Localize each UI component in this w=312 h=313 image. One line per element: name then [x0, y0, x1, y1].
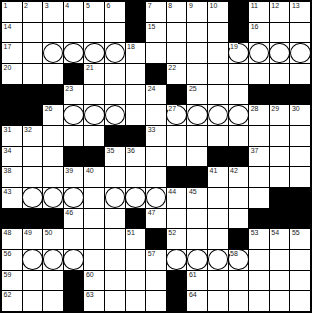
grid-cell-r2c10[interactable] [187, 23, 207, 43]
grid-cell-r4c3[interactable] [43, 64, 63, 84]
grid-cell-r4c14[interactable] [270, 64, 290, 84]
grid-cell-r2c8[interactable]: 15 [146, 23, 166, 43]
grid-cell-r12c5[interactable] [84, 229, 104, 249]
circled-cell-r13c3[interactable] [43, 250, 63, 270]
clue-number-12: 12 [271, 2, 280, 10]
grid-cell-r15c11[interactable] [208, 291, 228, 311]
grid-cell-r1c15[interactable]: 13 [290, 2, 310, 22]
grid-cell-r8c1[interactable]: 34 [2, 147, 22, 167]
black-square-r8c12 [229, 147, 249, 167]
clue-number-28: 28 [250, 105, 259, 113]
grid-cell-r10c10[interactable]: 45 [187, 188, 207, 208]
black-square-r5c3 [43, 85, 63, 105]
circle-marker [105, 187, 126, 208]
grid-cell-r9c4[interactable]: 39 [64, 167, 84, 187]
grid-cell-r15c14[interactable] [270, 291, 290, 311]
circle-marker [22, 249, 43, 270]
grid-cell-r15c6[interactable] [105, 291, 125, 311]
grid-cell-r9c15[interactable] [290, 167, 310, 187]
clue-number-29: 29 [271, 105, 280, 113]
grid-cell-r14c3[interactable] [43, 271, 63, 291]
clue-number-14: 14 [3, 23, 12, 31]
grid-cell-r15c13[interactable] [249, 291, 269, 311]
grid-cell-r4c12[interactable] [229, 64, 249, 84]
circled-cell-r3c6[interactable] [105, 43, 125, 63]
grid-cell-r7c10[interactable] [187, 126, 207, 146]
grid-cell-r14c2[interactable] [23, 271, 43, 291]
clue-number-6: 6 [106, 2, 111, 10]
clue-number-4: 4 [65, 2, 70, 10]
clue-number-32: 32 [24, 126, 33, 134]
grid-cell-r14c8[interactable] [146, 271, 166, 291]
circle-marker [84, 43, 105, 64]
clue-number-23: 23 [65, 85, 74, 93]
grid-cell-r11c11[interactable] [208, 209, 228, 229]
circled-cell-r10c8[interactable] [146, 188, 166, 208]
grid-cell-r3c11[interactable] [208, 43, 228, 63]
circled-cell-r3c5[interactable] [84, 43, 104, 63]
grid-cell-r1c5[interactable]: 5 [84, 2, 104, 22]
black-square-r5c1 [2, 85, 22, 105]
grid-cell-r15c12[interactable] [229, 291, 249, 311]
clue-number-35: 35 [106, 147, 115, 155]
grid-cell-r4c11[interactable] [208, 64, 228, 84]
grid-cell-r2c15[interactable] [290, 23, 310, 43]
clue-number-21: 21 [85, 64, 94, 72]
clue-number-48: 48 [3, 229, 12, 237]
grid-cell-r12c7[interactable]: 51 [126, 229, 146, 249]
grid-cell-r11c12[interactable] [229, 209, 249, 229]
grid-cell-r8c7[interactable]: 36 [126, 147, 146, 167]
circled-cell-r13c9[interactable] [167, 250, 187, 270]
black-square-r5c13 [249, 85, 269, 105]
grid-cell-r10c13[interactable] [249, 188, 269, 208]
circle-marker [146, 187, 167, 208]
circled-cell-r3c14[interactable] [270, 43, 290, 63]
grid-cell-r1c6[interactable]: 6 [105, 2, 125, 22]
grid-cell-r3c10[interactable] [187, 43, 207, 63]
grid-cell-r1c9[interactable]: 8 [167, 2, 187, 22]
grid-cell-r9c1[interactable]: 38 [2, 167, 22, 187]
grid-cell-r15c7[interactable] [126, 291, 146, 311]
black-square-r5c15 [290, 85, 310, 105]
grid-cell-r1c8[interactable]: 7 [146, 2, 166, 22]
grid-cell-r2c11[interactable] [208, 23, 228, 43]
circled-cell-r6c6[interactable] [105, 105, 125, 125]
grid-cell-r14c1[interactable]: 59 [2, 271, 22, 291]
grid-cell-r8c14[interactable] [270, 147, 290, 167]
grid-cell-r2c5[interactable] [84, 23, 104, 43]
grid-cell-r4c1[interactable]: 20 [2, 64, 22, 84]
black-square-r11c14 [270, 209, 290, 229]
black-square-r6c2 [23, 105, 43, 125]
circled-cell-r6c12[interactable] [229, 105, 249, 125]
grid-cell-r2c2[interactable] [23, 23, 43, 43]
clue-number-62: 62 [3, 291, 12, 299]
clue-number-40: 40 [85, 167, 94, 175]
grid-cell-r7c15[interactable] [290, 126, 310, 146]
clue-number-17: 17 [3, 43, 12, 51]
grid-cell-r15c10[interactable]: 64 [187, 291, 207, 311]
black-square-r14c4 [64, 271, 84, 291]
black-square-r15c4 [64, 291, 84, 311]
clue-number-24: 24 [147, 85, 156, 93]
grid-cell-r4c15[interactable] [290, 64, 310, 84]
grid-cell-r13c14[interactable] [270, 250, 290, 270]
grid-cell-r6c15[interactable]: 30 [290, 105, 310, 125]
clue-number-60: 60 [85, 271, 94, 279]
black-square-r9c9 [167, 167, 187, 187]
circle-marker [22, 187, 43, 208]
circle-marker [208, 105, 229, 126]
circle-marker [43, 187, 64, 208]
grid-cell-r2c9[interactable] [167, 23, 187, 43]
grid-cell-r3c9[interactable] [167, 43, 187, 63]
grid-cell-r2c6[interactable] [105, 23, 125, 43]
grid-cell-r3c7[interactable]: 18 [126, 43, 146, 63]
clue-number-25: 25 [188, 85, 197, 93]
grid-cell-r14c11[interactable] [208, 271, 228, 291]
grid-cell-r9c13[interactable] [249, 167, 269, 187]
grid-cell-r5c12[interactable] [229, 85, 249, 105]
circle-marker [43, 43, 64, 64]
clue-number-61: 61 [188, 271, 197, 279]
grid-cell-r11c4[interactable]: 46 [64, 209, 84, 229]
clue-number-53: 53 [250, 229, 259, 237]
grid-cell-r9c12[interactable]: 42 [229, 167, 249, 187]
grid-cell-r12c9[interactable]: 52 [167, 229, 187, 249]
black-square-r11c3 [43, 209, 63, 229]
grid-cell-r1c10[interactable]: 9 [187, 2, 207, 22]
black-square-r8c5 [84, 147, 104, 167]
grid-cell-r12c4[interactable] [64, 229, 84, 249]
black-square-r11c2 [23, 209, 43, 229]
black-square-r5c14 [270, 85, 290, 105]
grid-cell-r10c5[interactable] [84, 188, 104, 208]
grid-cell-r13c13[interactable] [249, 250, 269, 270]
grid-cell-r5c5[interactable] [84, 85, 104, 105]
grid-cell-r4c9[interactable]: 22 [167, 64, 187, 84]
grid-cell-r9c11[interactable]: 41 [208, 167, 228, 187]
circle-marker [249, 43, 270, 64]
grid-cell-r8c2[interactable] [23, 147, 43, 167]
circled-cell-r3c12[interactable]: 19 [229, 43, 249, 63]
black-square-r7c7 [126, 126, 146, 146]
grid-cell-r1c4[interactable]: 4 [64, 2, 84, 22]
circle-marker [187, 249, 208, 270]
clue-number-8: 8 [168, 2, 173, 10]
black-square-r2c7 [126, 23, 146, 43]
circle-marker [63, 105, 84, 126]
grid-cell-r14c14[interactable] [270, 271, 290, 291]
grid-cell-r12c13[interactable]: 53 [249, 229, 269, 249]
grid-cell-r2c13[interactable]: 16 [249, 23, 269, 43]
grid-cell-r8c15[interactable] [290, 147, 310, 167]
clue-number-11: 11 [250, 2, 258, 10]
grid-cell-r7c2[interactable]: 32 [23, 126, 43, 146]
clue-number-16: 16 [250, 23, 259, 31]
grid-cell-r11c6[interactable] [105, 209, 125, 229]
clue-number-34: 34 [3, 147, 12, 155]
black-square-r4c4 [64, 64, 84, 84]
grid-cell-r2c3[interactable] [43, 23, 63, 43]
grid-cell-r5c11[interactable] [208, 85, 228, 105]
clue-number-13: 13 [291, 2, 300, 10]
grid-cell-r1c14[interactable]: 12 [270, 2, 290, 22]
clue-number-5: 5 [85, 2, 90, 10]
grid-cell-r10c9[interactable]: 44 [167, 188, 187, 208]
circled-cell-r10c6[interactable] [105, 188, 125, 208]
grid-cell-r1c3[interactable]: 3 [43, 2, 63, 22]
circled-cell-r6c9[interactable]: 27 [167, 105, 187, 125]
circle-marker [208, 249, 229, 270]
circled-cell-r10c7[interactable] [126, 188, 146, 208]
clue-number-46: 46 [65, 209, 74, 217]
clue-number-22: 22 [168, 64, 177, 72]
grid-cell-r8c13[interactable]: 37 [249, 147, 269, 167]
black-square-r11c1 [2, 209, 22, 229]
clue-number-45: 45 [188, 188, 197, 196]
circled-cell-r6c5[interactable] [84, 105, 104, 125]
black-square-r8c4 [64, 147, 84, 167]
grid-cell-r14c5[interactable]: 60 [84, 271, 104, 291]
clue-number-20: 20 [3, 64, 12, 72]
black-square-r4c8 [146, 64, 166, 84]
grid-cell-r15c15[interactable] [290, 291, 310, 311]
circled-cell-r10c2[interactable] [23, 188, 43, 208]
circled-cell-r3c15[interactable] [290, 43, 310, 63]
clue-number-59: 59 [3, 271, 12, 279]
circled-cell-r13c12[interactable]: 58 [229, 250, 249, 270]
grid-cell-r15c5[interactable]: 63 [84, 291, 104, 311]
clue-number-15: 15 [147, 23, 156, 31]
grid-cell-r2c4[interactable] [64, 23, 84, 43]
grid-cell-r13c7[interactable] [126, 250, 146, 270]
clue-number-10: 10 [209, 2, 218, 10]
clue-number-51: 51 [127, 229, 136, 237]
circle-marker [187, 105, 208, 126]
clue-number-58: 58 [230, 250, 239, 258]
clue-number-27: 27 [168, 105, 177, 113]
grid-cell-r11c10[interactable] [187, 209, 207, 229]
circle-marker [63, 249, 84, 270]
clue-number-37: 37 [250, 147, 259, 155]
grid-cell-r12c14[interactable]: 54 [270, 229, 290, 249]
grid-cell-r4c2[interactable] [23, 64, 43, 84]
circled-cell-r3c3[interactable] [43, 43, 63, 63]
grid-cell-r15c8[interactable] [146, 291, 166, 311]
circled-cell-r10c3[interactable] [43, 188, 63, 208]
grid-cell-r3c2[interactable] [23, 43, 43, 63]
grid-cell-r5c4[interactable]: 23 [64, 85, 84, 105]
circle-marker [105, 43, 126, 64]
grid-cell-r14c15[interactable] [290, 271, 310, 291]
grid-cell-r12c15[interactable]: 55 [290, 229, 310, 249]
grid-cell-r10c1[interactable]: 43 [2, 188, 22, 208]
circled-cell-r10c4[interactable] [64, 188, 84, 208]
grid-cell-r9c8[interactable] [146, 167, 166, 187]
grid-cell-r1c1[interactable]: 1 [2, 2, 22, 22]
circle-marker [63, 43, 84, 64]
grid-cell-r1c11[interactable]: 10 [208, 2, 228, 22]
grid-cell-r2c1[interactable]: 14 [2, 23, 22, 43]
grid-cell-r11c9[interactable] [167, 209, 187, 229]
clue-number-33: 33 [147, 126, 156, 134]
grid-cell-r11c5[interactable] [84, 209, 104, 229]
grid-cell-r7c8[interactable]: 33 [146, 126, 166, 146]
grid-cell-r1c13[interactable]: 11 [249, 2, 269, 22]
grid-cell-r4c6[interactable] [105, 64, 125, 84]
circled-cell-r13c4[interactable] [64, 250, 84, 270]
grid-cell-r15c1[interactable]: 62 [2, 291, 22, 311]
grid-cell-r6c14[interactable]: 29 [270, 105, 290, 125]
clue-number-56: 56 [3, 250, 12, 258]
grid-cell-r9c2[interactable] [23, 167, 43, 187]
grid-cell-r5c7[interactable] [126, 85, 146, 105]
grid-cell-r7c13[interactable] [249, 126, 269, 146]
grid-cell-r4c5[interactable]: 21 [84, 64, 104, 84]
black-square-r10c15 [290, 188, 310, 208]
black-square-r2c12 [229, 23, 249, 43]
grid-cell-r7c5[interactable] [84, 126, 104, 146]
black-square-r15c9 [167, 291, 187, 311]
grid-cell-r14c7[interactable] [126, 271, 146, 291]
black-square-r12c8 [146, 229, 166, 249]
grid-cell-r7c4[interactable] [64, 126, 84, 146]
clue-number-63: 63 [85, 291, 94, 299]
grid-cell-r10c11[interactable] [208, 188, 228, 208]
grid-cell-r6c8[interactable] [146, 105, 166, 125]
clue-number-9: 9 [188, 2, 193, 10]
clue-number-7: 7 [147, 2, 152, 10]
grid-cell-r4c13[interactable] [249, 64, 269, 84]
clue-number-43: 43 [3, 188, 12, 196]
grid-cell-r9c5[interactable]: 40 [84, 167, 104, 187]
grid-cell-r12c1[interactable]: 48 [2, 229, 22, 249]
grid-cell-r13c8[interactable]: 57 [146, 250, 166, 270]
circle-marker [228, 105, 249, 126]
grid-cell-r6c7[interactable] [126, 105, 146, 125]
black-square-r11c15 [290, 209, 310, 229]
grid-cell-r7c9[interactable] [167, 126, 187, 146]
clue-number-41: 41 [209, 167, 218, 175]
grid-cell-r13c5[interactable] [84, 250, 104, 270]
black-square-r6c1 [2, 105, 22, 125]
grid-cell-r4c7[interactable] [126, 64, 146, 84]
clue-number-36: 36 [127, 147, 136, 155]
black-square-r7c6 [105, 126, 125, 146]
circle-marker [63, 187, 84, 208]
black-square-r11c13 [249, 209, 269, 229]
grid-cell-r5c10[interactable]: 25 [187, 85, 207, 105]
grid-cell-r7c14[interactable] [270, 126, 290, 146]
circled-cell-r6c4[interactable] [64, 105, 84, 125]
black-square-r1c7 [126, 2, 146, 22]
circled-cell-r3c4[interactable] [64, 43, 84, 63]
grid-cell-r11c8[interactable]: 47 [146, 209, 166, 229]
grid-cell-r12c10[interactable] [187, 229, 207, 249]
grid-cell-r7c11[interactable] [208, 126, 228, 146]
black-square-r14c9 [167, 271, 187, 291]
clue-number-47: 47 [147, 209, 156, 217]
grid-cell-r12c6[interactable] [105, 229, 125, 249]
grid-cell-r9c6[interactable] [105, 167, 125, 187]
grid-cell-r5c6[interactable] [105, 85, 125, 105]
clue-number-49: 49 [24, 229, 33, 237]
grid-cell-r7c12[interactable] [229, 126, 249, 146]
grid-cell-r6c3[interactable]: 26 [43, 105, 63, 125]
black-square-r5c2 [23, 85, 43, 105]
grid-cell-r8c3[interactable] [43, 147, 63, 167]
clue-number-39: 39 [65, 167, 74, 175]
grid-cell-r8c6[interactable]: 35 [105, 147, 125, 167]
grid-cell-r3c8[interactable] [146, 43, 166, 63]
circled-cell-r13c11[interactable] [208, 250, 228, 270]
grid-cell-r5c8[interactable]: 24 [146, 85, 166, 105]
grid-cell-r13c6[interactable] [105, 250, 125, 270]
clue-number-54: 54 [271, 229, 280, 237]
grid-cell-r9c14[interactable] [270, 167, 290, 187]
grid-cell-r10c12[interactable] [229, 188, 249, 208]
grid-cell-r9c3[interactable] [43, 167, 63, 187]
grid-cell-r14c10[interactable]: 61 [187, 271, 207, 291]
grid-cell-r12c2[interactable]: 49 [23, 229, 43, 249]
grid-cell-r12c3[interactable]: 50 [43, 229, 63, 249]
grid-cell-r8c9[interactable] [167, 147, 187, 167]
grid-cell-r3c1[interactable]: 17 [2, 43, 22, 63]
black-square-r10c14 [270, 188, 290, 208]
grid-cell-r14c12[interactable] [229, 271, 249, 291]
circled-cell-r3c13[interactable] [249, 43, 269, 63]
clue-number-55: 55 [291, 229, 300, 237]
grid-cell-r6c13[interactable]: 28 [249, 105, 269, 125]
grid-cell-r2c14[interactable] [270, 23, 290, 43]
clue-number-42: 42 [230, 167, 239, 175]
clue-number-44: 44 [168, 188, 177, 196]
clue-number-38: 38 [3, 167, 12, 175]
grid-cell-r12c11[interactable] [208, 229, 228, 249]
clue-number-64: 64 [188, 291, 197, 299]
clue-number-26: 26 [44, 105, 53, 113]
grid-cell-r7c3[interactable] [43, 126, 63, 146]
grid-cell-r9c7[interactable] [126, 167, 146, 187]
grid-cell-r13c1[interactable]: 56 [2, 250, 22, 270]
circled-cell-r13c10[interactable] [187, 250, 207, 270]
grid-cell-r8c8[interactable] [146, 147, 166, 167]
grid-cell-r15c2[interactable] [23, 291, 43, 311]
clue-number-57: 57 [147, 250, 156, 258]
grid-cell-r1c2[interactable]: 2 [23, 2, 43, 22]
circle-marker [105, 105, 126, 126]
grid-cell-r14c6[interactable] [105, 271, 125, 291]
black-square-r11c7 [126, 209, 146, 229]
circle-marker [290, 43, 311, 64]
circled-cell-r13c2[interactable] [23, 250, 43, 270]
grid-cell-r4c10[interactable] [187, 64, 207, 84]
clue-number-31: 31 [3, 126, 12, 134]
circled-cell-r6c10[interactable] [187, 105, 207, 125]
clue-number-19: 19 [230, 43, 239, 51]
grid-cell-r13c15[interactable] [290, 250, 310, 270]
circled-cell-r6c11[interactable] [208, 105, 228, 125]
grid-cell-r14c13[interactable] [249, 271, 269, 291]
circle-marker [166, 249, 187, 270]
grid-cell-r15c3[interactable] [43, 291, 63, 311]
clue-number-2: 2 [24, 2, 29, 10]
crossword-grid: 1234567891011121314151617181920212223242… [0, 0, 312, 313]
grid-cell-r7c1[interactable]: 31 [2, 126, 22, 146]
grid-cell-r8c10[interactable] [187, 147, 207, 167]
